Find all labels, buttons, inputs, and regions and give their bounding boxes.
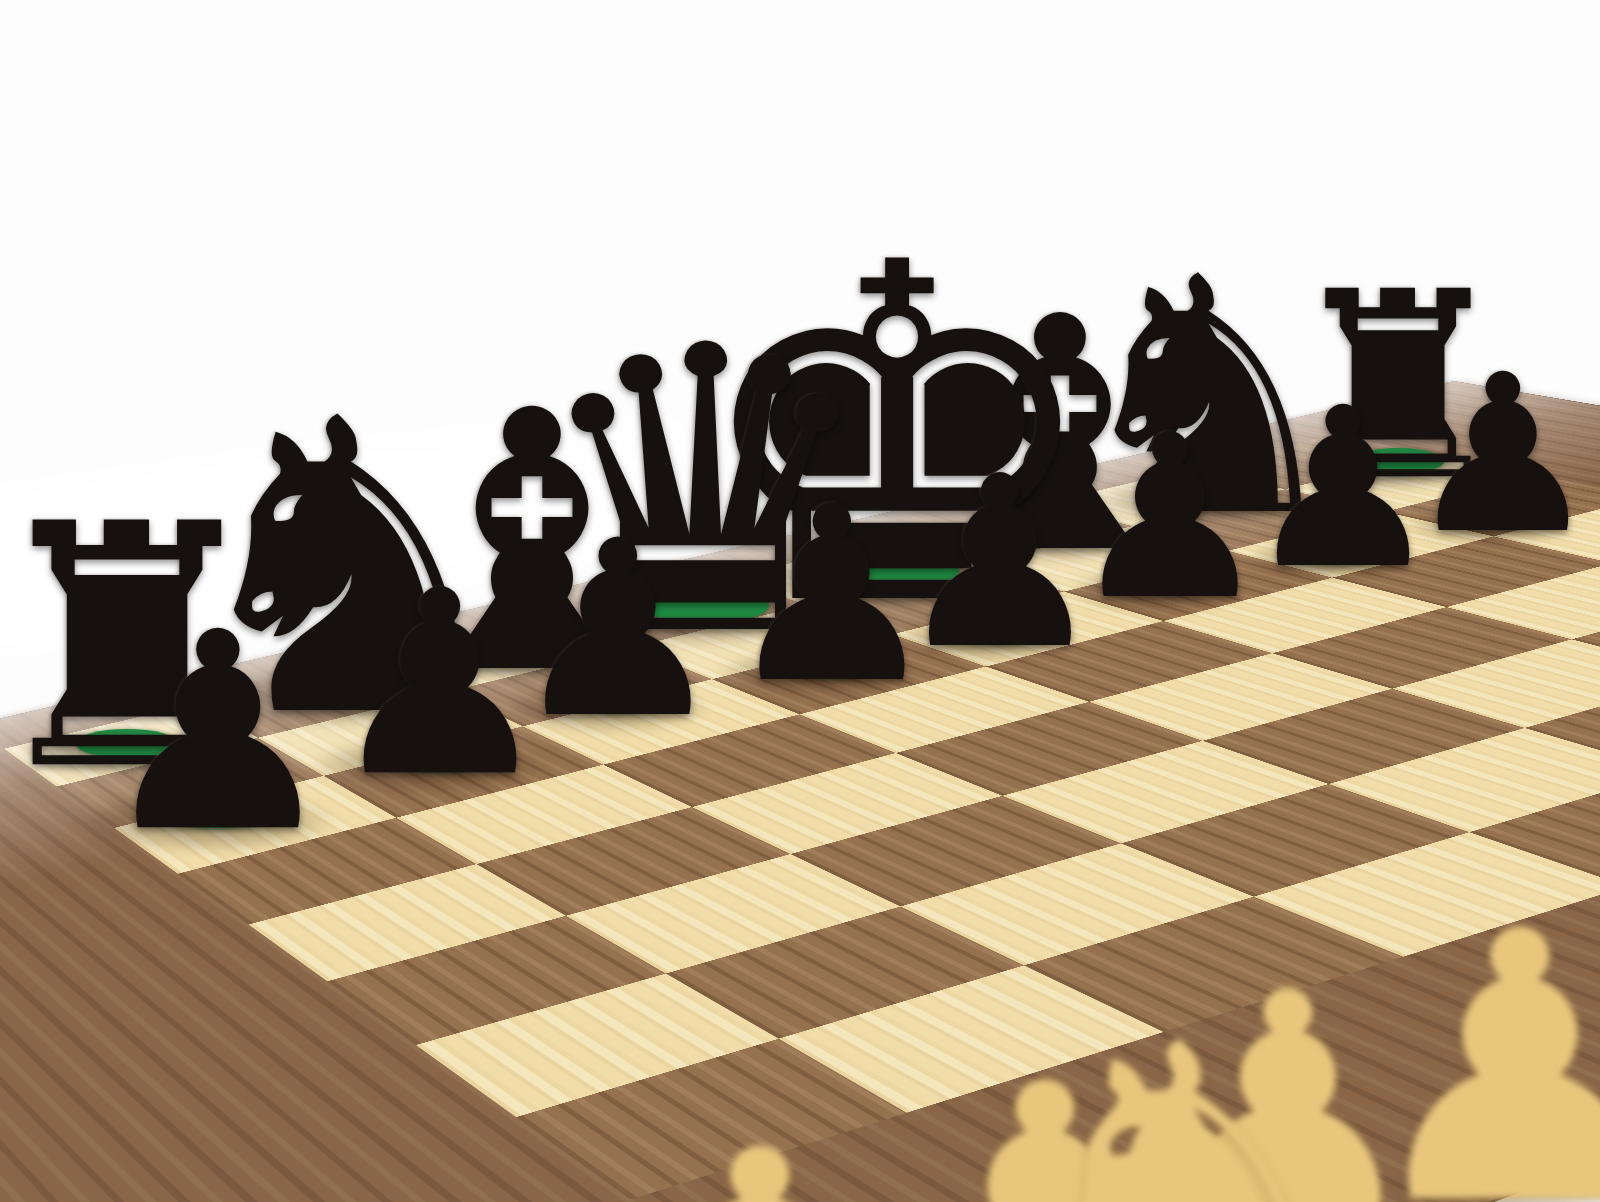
pawn-glyph: ♟ bbox=[326, 556, 555, 811]
pawn-glyph: ♟ bbox=[593, 1103, 927, 1202]
pawn-glyph: ♟ bbox=[96, 596, 341, 869]
pawn-glyph: ♟ bbox=[724, 474, 941, 716]
knight-glyph: ♞ bbox=[996, 988, 1390, 1202]
pawn-glyph: ♟ bbox=[1244, 378, 1442, 599]
photo-canvas: ♜♞♟♝♟♚♟♛♟♝♟♞♟♜♟♟♟♟♟♞♟ bbox=[0, 0, 1600, 1202]
